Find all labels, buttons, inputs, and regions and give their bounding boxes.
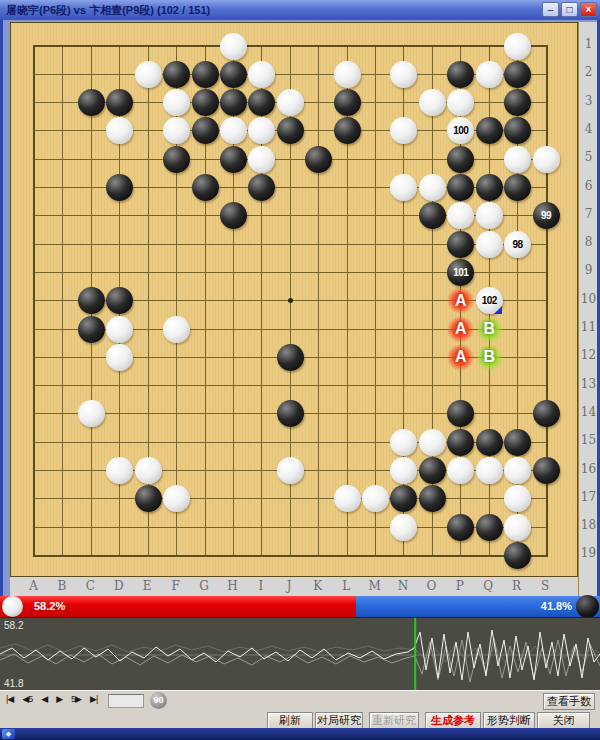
black-stone-icon	[576, 595, 599, 618]
row-label-2: 2	[579, 65, 598, 81]
stone-N15	[390, 429, 417, 456]
row-label-17: 17	[579, 490, 598, 506]
stone-Q7	[476, 202, 503, 229]
nav-forward5[interactable]: 5▶	[71, 694, 81, 704]
col-label-F: F	[169, 579, 183, 593]
stone-P8	[447, 231, 474, 258]
restudy-button[interactable]: 重新研究	[369, 712, 419, 729]
col-label-B: B	[55, 579, 69, 593]
stone-Q16	[476, 457, 503, 484]
nav-forward[interactable]: ▶	[56, 694, 62, 704]
title-bar: 屠晓宇(P6段) vs 卞相壹(P9段) (102 / 151) – □ ×	[0, 0, 600, 20]
col-label-L: L	[339, 579, 353, 593]
current-move-marker	[494, 306, 502, 314]
stone-D11	[106, 316, 133, 343]
generate-ref-button[interactable]: 生成参考图	[425, 712, 481, 729]
stone-O17	[419, 485, 446, 512]
stone-L4	[334, 117, 361, 144]
close-dialog-button[interactable]: 关闭	[537, 712, 590, 729]
stone-D12	[106, 344, 133, 371]
stone-H3	[220, 89, 247, 116]
stone-L3	[334, 89, 361, 116]
nav-back5[interactable]: ◀5	[22, 694, 32, 704]
row-label-8: 8	[579, 235, 598, 251]
col-label-J: J	[282, 579, 296, 593]
stone-H5	[220, 146, 247, 173]
taskbar: ◆	[0, 728, 600, 740]
col-label-E: E	[140, 579, 154, 593]
stone-G2	[192, 61, 219, 88]
stone-I2	[248, 61, 275, 88]
stone-S7: 99	[533, 202, 560, 229]
refresh-button[interactable]: 刷新	[267, 712, 313, 729]
col-label-O: O	[424, 579, 438, 593]
stone-P9: 101	[447, 259, 474, 286]
stone-Q8	[476, 231, 503, 258]
stone-C3	[78, 89, 105, 116]
stone-R6	[504, 174, 531, 201]
col-label-R: R	[510, 579, 524, 593]
stone-O15	[419, 429, 446, 456]
win-rate-bar: 58.2% 41.8%	[0, 596, 600, 617]
row-label-7: 7	[579, 207, 598, 223]
star-point-J10	[288, 298, 293, 303]
variation-label-A-P12[interactable]: A	[447, 344, 474, 371]
variation-label-B-Q12[interactable]: B	[476, 344, 503, 371]
stone-P5	[447, 146, 474, 173]
col-label-G: G	[197, 579, 211, 593]
col-label-D: D	[112, 579, 126, 593]
black-winrate-value: 58.2%	[34, 600, 65, 612]
row-label-18: 18	[579, 518, 598, 534]
stone-N18	[390, 514, 417, 541]
stone-O6	[419, 174, 446, 201]
row-label-10: 10	[579, 292, 598, 308]
col-label-S: S	[538, 579, 552, 593]
stone-K5	[305, 146, 332, 173]
stone-R16	[504, 457, 531, 484]
stone-O3	[419, 89, 446, 116]
col-label-Q: Q	[481, 579, 495, 593]
col-label-N: N	[396, 579, 410, 593]
col-label-M: M	[368, 579, 382, 593]
white-winrate-value: 41.8%	[541, 600, 572, 612]
stone-Q15	[476, 429, 503, 456]
col-label-A: A	[27, 579, 41, 593]
move-number: 99	[541, 210, 551, 221]
stone-J16	[277, 457, 304, 484]
stone-F2	[163, 61, 190, 88]
move-number: 98	[513, 239, 523, 250]
variation-label-A-P11[interactable]: A	[447, 316, 474, 343]
nav-first[interactable]: |◀	[6, 694, 13, 704]
stone-R1	[504, 33, 531, 60]
stone-Q18	[476, 514, 503, 541]
stone-H2	[220, 61, 247, 88]
row-label-6: 6	[579, 179, 598, 195]
stone-G3	[192, 89, 219, 116]
white-stone-icon	[2, 596, 23, 617]
row-label-13: 13	[579, 377, 598, 393]
column-coordinates: ABCDEFGHIJKLMNOPQRS	[10, 577, 578, 596]
row-label-14: 14	[579, 405, 598, 421]
stone-H1	[220, 33, 247, 60]
col-label-I: I	[254, 579, 268, 593]
go-board[interactable]: 1009998101102AAABB	[10, 22, 578, 577]
app-window: 屠晓宇(P6段) vs 卞相壹(P9段) (102 / 151) – □ × 1…	[0, 0, 600, 740]
stone-R2	[504, 61, 531, 88]
stone-Q4	[476, 117, 503, 144]
stone-R5	[504, 146, 531, 173]
stone-E2	[135, 61, 162, 88]
stone-O16	[419, 457, 446, 484]
col-label-C: C	[83, 579, 97, 593]
stone-J12	[277, 344, 304, 371]
stone-S5	[533, 146, 560, 173]
maximize-button[interactable]: □	[561, 2, 578, 17]
winrate-graph-svg	[0, 618, 600, 691]
stone-P2	[447, 61, 474, 88]
row-label-12: 12	[579, 348, 598, 364]
col-label-P: P	[453, 579, 467, 593]
stone-C11	[78, 316, 105, 343]
stone-E17	[135, 485, 162, 512]
stone-R19	[504, 542, 531, 569]
col-label-K: K	[311, 579, 325, 593]
stone-G6	[192, 174, 219, 201]
stone-P18	[447, 514, 474, 541]
nav-back[interactable]: ◀	[41, 694, 47, 704]
stone-S16	[533, 457, 560, 484]
minimize-button[interactable]: –	[542, 2, 559, 17]
row-label-15: 15	[579, 433, 598, 449]
graph-top-label: 58.2	[4, 620, 23, 631]
winrate-graph[interactable]: 58.2 41.8	[0, 617, 600, 691]
stone-S14	[533, 400, 560, 427]
move-badge: 90	[150, 692, 167, 709]
stone-R18	[504, 514, 531, 541]
col-label-H: H	[225, 579, 239, 593]
nav-last[interactable]: ▶|	[90, 694, 97, 704]
view-moves-button[interactable]: 查看手数	[543, 693, 595, 710]
window-title: 屠晓宇(P6段) vs 卞相壹(P9段) (102 / 151)	[0, 3, 210, 18]
close-button[interactable]: ×	[580, 2, 597, 17]
stone-J14	[277, 400, 304, 427]
row-label-4: 4	[579, 122, 598, 138]
judge-button[interactable]: 形势判断	[483, 712, 535, 729]
graph-bottom-label: 41.8	[4, 678, 23, 689]
stone-O7	[419, 202, 446, 229]
row-label-19: 19	[579, 546, 598, 562]
move-number: 100	[453, 125, 468, 136]
stone-J3	[277, 89, 304, 116]
move-number: 102	[482, 295, 497, 306]
stone-F3	[163, 89, 190, 116]
row-label-16: 16	[579, 462, 598, 478]
stone-R15	[504, 429, 531, 456]
stone-Q2	[476, 61, 503, 88]
stone-J4	[277, 117, 304, 144]
stone-P15	[447, 429, 474, 456]
move-navigation: |◀◀5◀▶5▶▶|	[6, 694, 97, 704]
row-label-9: 9	[579, 263, 598, 279]
stone-G4	[192, 117, 219, 144]
move-jump-input[interactable]	[108, 694, 144, 708]
stone-I5	[248, 146, 275, 173]
control-panel: |◀◀5◀▶5▶▶| 90 查看手数 刷新对局研究重新研究生成参考图形势判断关闭	[0, 690, 600, 729]
stone-C10	[78, 287, 105, 314]
stone-L2	[334, 61, 361, 88]
study-button[interactable]: 对局研究	[315, 712, 363, 729]
stone-F5	[163, 146, 190, 173]
row-label-3: 3	[579, 94, 598, 110]
taskbar-app-icon[interactable]: ◆	[2, 729, 15, 739]
row-label-1: 1	[579, 37, 598, 53]
row-label-5: 5	[579, 150, 598, 166]
row-label-11: 11	[579, 320, 598, 336]
stone-Q6	[476, 174, 503, 201]
move-number: 101	[453, 267, 468, 278]
stone-F11	[163, 316, 190, 343]
stone-E16	[135, 457, 162, 484]
row-coordinates: 12345678910111213141516171819	[578, 22, 597, 596]
stone-R8: 98	[504, 231, 531, 258]
stone-L17	[334, 485, 361, 512]
variation-label-B-Q11[interactable]: B	[476, 316, 503, 343]
